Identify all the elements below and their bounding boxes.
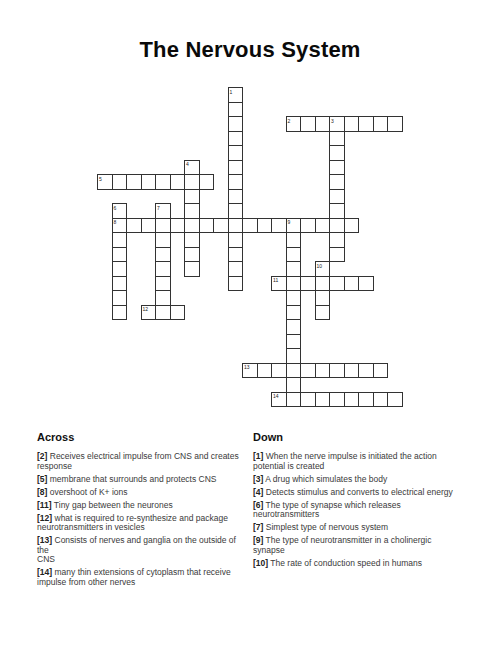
grid-cell[interactable] (329, 276, 345, 292)
clue-across-5: [5] membrane that surrounds and protects… (37, 475, 249, 485)
grid-cell[interactable] (228, 145, 244, 161)
across-clues-section: Across [2] Receives electrical impulse f… (37, 431, 249, 591)
grid-cell[interactable] (329, 203, 345, 219)
grid-cell[interactable]: 6 (112, 203, 128, 219)
grid-cell[interactable] (387, 116, 403, 132)
grid-cell[interactable]: 8 (112, 218, 128, 234)
grid-cell[interactable] (184, 218, 200, 234)
grid-cell[interactable] (199, 174, 215, 190)
grid-cell[interactable] (329, 174, 345, 190)
grid-cell[interactable] (155, 174, 171, 190)
grid-cell[interactable] (286, 377, 302, 393)
down-clue-list: [1] When the nerve impulse is initiated … (253, 452, 465, 568)
grid-cell[interactable] (112, 290, 128, 306)
grid-cell[interactable] (141, 174, 157, 190)
grid-cell[interactable] (228, 189, 244, 205)
clue-number-label: [11] (37, 500, 52, 510)
clue-number-label: [4] (253, 487, 263, 497)
grid-cell[interactable] (155, 276, 171, 292)
grid-cell[interactable] (286, 319, 302, 335)
grid-cell[interactable] (286, 247, 302, 263)
clue-down-9: [9] The type of neurotransmitter in a ch… (253, 536, 465, 555)
grid-cell[interactable] (286, 305, 302, 321)
clue-number-label: [12] (37, 513, 52, 523)
grid-cell[interactable] (344, 276, 360, 292)
grid-cell[interactable] (315, 305, 331, 321)
grid-cell[interactable] (155, 232, 171, 248)
grid-cell[interactable] (112, 174, 128, 190)
clue-number: 12 (143, 306, 149, 312)
grid-cell[interactable] (300, 116, 316, 132)
grid-cell[interactable]: 2 (286, 116, 302, 132)
clue-number: 6 (114, 205, 117, 211)
grid-cell[interactable] (228, 174, 244, 190)
grid-cell[interactable] (344, 116, 360, 132)
grid-cell[interactable] (271, 363, 287, 379)
clue-number: 8 (114, 219, 117, 225)
down-header: Down (253, 431, 465, 443)
clue-down-10: [10] The rate of conduction speed in hum… (253, 559, 465, 569)
clue-number-label: [9] (253, 535, 263, 545)
grid-cell[interactable] (358, 363, 374, 379)
clue-number-label: [5] (37, 474, 47, 484)
clue-number-label: [3] (253, 474, 263, 484)
grid-cell[interactable] (373, 363, 389, 379)
grid-cell[interactable] (155, 218, 171, 234)
grid-cell[interactable] (213, 218, 229, 234)
grid-cell[interactable] (155, 261, 171, 277)
clue-across-2: [2] Receives electrical impulse from CNS… (37, 452, 249, 471)
grid-cell[interactable]: 12 (141, 305, 157, 321)
grid-cell[interactable] (315, 392, 331, 408)
clue-number: 13 (244, 364, 250, 370)
grid-cell[interactable] (242, 218, 258, 234)
grid-cell[interactable]: 4 (184, 160, 200, 176)
clue-across-11: [11] Tiny gap between the neurones (37, 501, 249, 511)
grid-cell[interactable] (228, 276, 244, 292)
grid-cell[interactable] (228, 247, 244, 263)
grid-cell[interactable] (315, 218, 331, 234)
grid-cell[interactable] (228, 116, 244, 132)
clue-down-4: [4] Detects stimulus and converts to ele… (253, 488, 465, 498)
grid-cell[interactable]: 7 (155, 203, 171, 219)
crossword-page: The Nervous System 1234567891011121314 A… (0, 0, 500, 647)
clue-number-label: [8] (37, 487, 47, 497)
clue-down-3: [3] A drug which simulates the body (253, 475, 465, 485)
grid-cell[interactable] (329, 247, 345, 263)
grid-cell[interactable] (315, 276, 331, 292)
clue-number: 4 (186, 161, 189, 167)
clue-number-label: [7] (253, 522, 263, 532)
grid-cell[interactable] (257, 218, 273, 234)
grid-cell[interactable] (286, 290, 302, 306)
clue-across-13: [13] Consists of nerves and ganglia on t… (37, 536, 249, 565)
grid-cell[interactable] (286, 392, 302, 408)
clue-down-1: [1] When the nerve impulse is initiated … (253, 452, 465, 471)
across-header: Across (37, 431, 249, 443)
grid-cell[interactable] (344, 363, 360, 379)
grid-cell[interactable] (228, 261, 244, 277)
grid-cell[interactable] (199, 218, 215, 234)
clue-number: 5 (99, 176, 102, 182)
grid-cell[interactable] (329, 160, 345, 176)
grid-cell[interactable] (300, 363, 316, 379)
grid-cell[interactable] (184, 174, 200, 190)
grid-cell[interactable]: 5 (97, 174, 113, 190)
grid-cell[interactable] (358, 392, 374, 408)
crossword-grid: 1234567891011121314 (97, 87, 403, 407)
grid-cell[interactable] (170, 174, 186, 190)
grid-cell[interactable] (286, 348, 302, 364)
grid-cell[interactable] (329, 189, 345, 205)
clue-number: 7 (157, 205, 160, 211)
grid-cell[interactable] (184, 247, 200, 263)
grid-cell[interactable] (358, 276, 374, 292)
grid-cell[interactable] (344, 218, 360, 234)
grid-cell[interactable] (112, 232, 128, 248)
down-clues-section: Down [1] When the nerve impulse is initi… (253, 431, 465, 572)
clue-across-14: [14] many thin extensions of cytoplasm t… (37, 568, 249, 587)
grid-cell[interactable]: 1 (228, 87, 244, 103)
clue-across-8: [8] overshoot of K+ ions (37, 488, 249, 498)
across-clue-list: [2] Receives electrical impulse from CNS… (37, 452, 249, 587)
grid-cell[interactable] (170, 305, 186, 321)
grid-cell[interactable] (112, 261, 128, 277)
grid-cell[interactable] (170, 218, 186, 234)
grid-cell[interactable] (184, 189, 200, 205)
grid-cell[interactable] (373, 392, 389, 408)
grid-cell[interactable] (155, 247, 171, 263)
grid-cell[interactable] (286, 232, 302, 248)
grid-cell[interactable] (358, 116, 374, 132)
grid-cell[interactable] (300, 276, 316, 292)
grid-cell[interactable] (228, 160, 244, 176)
clue-number: 11 (273, 277, 278, 283)
grid-cell[interactable] (112, 247, 128, 263)
grid-cell[interactable] (286, 276, 302, 292)
grid-cell[interactable] (387, 392, 403, 408)
grid-cell[interactable] (112, 276, 128, 292)
grid-cell[interactable] (257, 363, 273, 379)
grid-cell[interactable] (141, 218, 157, 234)
grid-cell[interactable] (228, 232, 244, 248)
grid-cell[interactable] (315, 363, 331, 379)
clue-down-7: [7] Simplest type of nervous system (253, 523, 465, 533)
grid-cell[interactable]: 3 (329, 116, 345, 132)
clue-across-12: [12] what is required to re-synthesize a… (37, 514, 249, 533)
puzzle-title: The Nervous System (0, 37, 500, 63)
grid-cell[interactable] (228, 131, 244, 147)
grid-cell[interactable] (228, 102, 244, 118)
grid-cell[interactable] (315, 116, 331, 132)
clue-number: 14 (273, 393, 279, 399)
grid-cell[interactable] (286, 363, 302, 379)
grid-cell[interactable] (184, 203, 200, 219)
clue-number: 10 (317, 263, 323, 269)
clue-number: 1 (230, 89, 233, 95)
clue-number-label: [10] (253, 558, 268, 568)
grid-cell[interactable] (329, 392, 345, 408)
grid-cell[interactable]: 14 (271, 392, 287, 408)
grid-cell[interactable]: 9 (286, 218, 302, 234)
clue-number-label: [13] (37, 535, 52, 545)
grid-cell[interactable] (126, 174, 142, 190)
grid-cell[interactable] (112, 305, 128, 321)
grid-cell[interactable] (228, 203, 244, 219)
grid-cell[interactable] (184, 232, 200, 248)
grid-cell[interactable] (373, 116, 389, 132)
grid-cell[interactable]: 10 (315, 261, 331, 277)
grid-cell[interactable] (329, 218, 345, 234)
clue-number-label: [2] (37, 451, 47, 461)
grid-cell[interactable] (271, 218, 287, 234)
grid-cell[interactable] (329, 232, 345, 248)
clue-number: 9 (288, 219, 291, 225)
clue-number-label: [14] (37, 567, 52, 577)
grid-cell[interactable] (155, 290, 171, 306)
grid-cell[interactable]: 11 (271, 276, 287, 292)
grid-cell[interactable] (300, 218, 316, 234)
grid-cell[interactable] (344, 392, 360, 408)
grid-cell[interactable] (315, 290, 331, 306)
grid-cell[interactable] (286, 334, 302, 350)
clue-number-label: [6] (253, 500, 263, 510)
grid-cell[interactable] (329, 145, 345, 161)
clue-number: 2 (288, 118, 291, 124)
grid-cell[interactable] (155, 305, 171, 321)
grid-cell[interactable] (228, 218, 244, 234)
clue-down-6: [6] The type of synapse which releases n… (253, 501, 465, 520)
clue-number: 3 (331, 118, 334, 124)
grid-cell[interactable] (286, 261, 302, 277)
grid-cell[interactable] (126, 218, 142, 234)
grid-cell[interactable] (184, 261, 200, 277)
grid-cell[interactable] (329, 131, 345, 147)
grid-cell[interactable] (300, 392, 316, 408)
grid-cell[interactable] (329, 363, 345, 379)
grid-cell[interactable]: 13 (242, 363, 258, 379)
clue-number-label: [1] (253, 451, 263, 461)
